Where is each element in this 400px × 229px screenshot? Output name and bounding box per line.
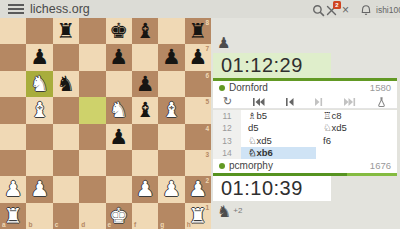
piece-white-pawn[interactable]: ♟ bbox=[26, 176, 52, 202]
site-title[interactable]: lichess.org bbox=[30, 2, 90, 16]
square-d5[interactable] bbox=[79, 97, 105, 123]
square-c2[interactable] bbox=[53, 176, 79, 202]
rank-label: 8 bbox=[205, 19, 209, 26]
square-e5[interactable]: ♞ bbox=[106, 97, 132, 123]
current-move[interactable]: ♘xb6 bbox=[241, 147, 316, 159]
rank-label: 1 bbox=[205, 204, 209, 211]
next-move-icon[interactable] bbox=[314, 97, 323, 107]
search-icon[interactable] bbox=[312, 3, 326, 16]
square-g4[interactable] bbox=[158, 124, 184, 150]
square-b1[interactable]: b bbox=[26, 203, 52, 229]
square-a2[interactable]: ♟ bbox=[0, 176, 26, 202]
square-h1[interactable]: ♜1h bbox=[185, 203, 211, 229]
square-e7[interactable]: ♟ bbox=[106, 44, 132, 70]
file-label: e bbox=[108, 221, 112, 228]
square-c5[interactable] bbox=[53, 97, 79, 123]
move-number: 11 bbox=[213, 110, 241, 122]
game-panel: ♟ 01:12:29 Dornford 1580 ↻ bbox=[213, 18, 400, 229]
piece-black-bishop[interactable]: ♝ bbox=[132, 18, 158, 44]
top-player-row: Dornford 1580 bbox=[213, 81, 397, 95]
chess-board[interactable]: ♜♚♝♜8♟♟♟♟7♞♞♟6♝♞♝♝5♟43♟♟♟♟♟2♜abcd♚efg♜1h bbox=[0, 18, 211, 229]
piece-black-knight[interactable]: ♞ bbox=[53, 71, 79, 97]
square-h4[interactable]: 4 bbox=[185, 124, 211, 150]
square-d6[interactable] bbox=[79, 71, 105, 97]
square-g6[interactable] bbox=[158, 71, 184, 97]
file-label: c bbox=[55, 221, 59, 228]
square-g7[interactable]: ♟ bbox=[158, 44, 184, 70]
square-b6[interactable]: ♞ bbox=[26, 71, 52, 97]
square-a1[interactable]: ♜a bbox=[0, 203, 26, 229]
square-c4[interactable] bbox=[53, 124, 79, 150]
square-h8[interactable]: ♜8 bbox=[185, 18, 211, 44]
rank-label: 6 bbox=[205, 72, 209, 79]
square-g8[interactable] bbox=[158, 18, 184, 44]
square-g1[interactable]: g bbox=[158, 203, 184, 229]
cycle-icon[interactable]: ↻ bbox=[223, 96, 232, 107]
square-d8[interactable] bbox=[79, 18, 105, 44]
white-move[interactable]: d5 bbox=[241, 122, 316, 134]
square-f6[interactable]: ♟ bbox=[132, 71, 158, 97]
square-f5[interactable]: ♝ bbox=[132, 97, 158, 123]
piece-black-rook[interactable]: ♜ bbox=[53, 18, 79, 44]
square-h6[interactable]: 6 bbox=[185, 71, 211, 97]
square-f3[interactable] bbox=[132, 150, 158, 176]
piece-white-pawn[interactable]: ♟ bbox=[132, 176, 158, 202]
square-c1[interactable]: c bbox=[53, 203, 79, 229]
file-label: f bbox=[134, 221, 136, 228]
move-number: 13 bbox=[213, 135, 241, 147]
square-g5[interactable]: ♝ bbox=[158, 97, 184, 123]
piece-white-bishop[interactable]: ♝ bbox=[26, 97, 52, 123]
square-c3[interactable] bbox=[53, 150, 79, 176]
square-b5[interactable]: ♝ bbox=[26, 97, 52, 123]
square-e2[interactable] bbox=[106, 176, 132, 202]
square-b4[interactable] bbox=[26, 124, 52, 150]
top-player-name[interactable]: Dornford bbox=[229, 82, 268, 93]
move-row[interactable]: 11 ♗b5 ♖c8 bbox=[213, 110, 397, 122]
top-bar: lichess.org 2 × ishi100 bbox=[0, 0, 400, 18]
square-a6[interactable] bbox=[0, 71, 26, 97]
file-label: b bbox=[28, 221, 32, 228]
file-label: a bbox=[2, 221, 6, 228]
top-player-clock: 01:12:29 bbox=[213, 53, 331, 78]
square-d1[interactable]: d bbox=[79, 203, 105, 229]
last-move-icon[interactable] bbox=[343, 97, 356, 107]
notifications-bell-icon[interactable] bbox=[360, 3, 374, 16]
piece-black-pawn[interactable]: ♟ bbox=[26, 44, 52, 70]
piece-black-king[interactable]: ♚ bbox=[106, 18, 132, 44]
file-label: h bbox=[187, 221, 191, 228]
square-d3[interactable] bbox=[79, 150, 105, 176]
bottom-player-name[interactable]: pcmorphy bbox=[229, 160, 273, 171]
bottom-player-row: pcmorphy 1676 bbox=[213, 159, 397, 173]
captured-pieces-bottom: ♞+2 bbox=[217, 202, 242, 221]
square-h3[interactable]: 3 bbox=[185, 150, 211, 176]
square-e1[interactable]: ♚e bbox=[106, 203, 132, 229]
hamburger-menu-icon[interactable] bbox=[8, 4, 24, 14]
rank-label: 7 bbox=[205, 45, 209, 52]
square-a3[interactable] bbox=[0, 150, 26, 176]
close-icon[interactable]: × bbox=[342, 4, 356, 17]
square-f7[interactable] bbox=[132, 44, 158, 70]
white-move[interactable]: ♘xd5 bbox=[241, 135, 316, 147]
move-row[interactable]: 14 ♘xb6 bbox=[213, 147, 397, 159]
square-f8[interactable]: ♝ bbox=[132, 18, 158, 44]
black-move[interactable] bbox=[316, 147, 397, 159]
rank-label: 5 bbox=[205, 98, 209, 105]
piece-white-knight[interactable]: ♞ bbox=[106, 97, 132, 123]
square-a8[interactable] bbox=[0, 18, 26, 44]
square-d4[interactable] bbox=[79, 124, 105, 150]
file-label: d bbox=[81, 221, 85, 228]
black-move[interactable]: f6 bbox=[316, 135, 397, 147]
captured-knight-icon: ♞ bbox=[217, 202, 231, 221]
move-number: 12 bbox=[213, 122, 241, 134]
square-d7[interactable] bbox=[79, 44, 105, 70]
move-number: 14 bbox=[213, 147, 241, 159]
analysis-flask-icon[interactable] bbox=[376, 96, 387, 108]
square-b7[interactable]: ♟ bbox=[26, 44, 52, 70]
challenges-swords-icon[interactable]: 2 bbox=[325, 3, 339, 16]
move-controls: ↻ bbox=[213, 95, 397, 109]
rank-label: 2 bbox=[205, 177, 209, 184]
square-c7[interactable] bbox=[53, 44, 79, 70]
piece-black-pawn[interactable]: ♟ bbox=[106, 44, 132, 70]
challenge-count-badge: 2 bbox=[333, 1, 341, 9]
square-b8[interactable] bbox=[26, 18, 52, 44]
piece-white-pawn[interactable]: ♟ bbox=[0, 176, 26, 202]
square-f4[interactable] bbox=[132, 124, 158, 150]
rank-label: 4 bbox=[205, 125, 209, 132]
square-d2[interactable] bbox=[79, 176, 105, 202]
square-e8[interactable]: ♚ bbox=[106, 18, 132, 44]
prev-move-icon[interactable] bbox=[285, 97, 294, 107]
black-move[interactable]: ♖c8 bbox=[316, 110, 397, 122]
piece-black-bishop[interactable]: ♝ bbox=[132, 97, 158, 123]
square-f2[interactable]: ♟ bbox=[132, 176, 158, 202]
move-row[interactable]: 13 ♘xd5 f6 bbox=[213, 135, 397, 147]
square-b2[interactable]: ♟ bbox=[26, 176, 52, 202]
square-a4[interactable] bbox=[0, 124, 26, 150]
online-dot bbox=[219, 163, 225, 169]
move-list: 11 ♗b5 ♖c8 12 d5 ♘xd5 13 ♘xd5 f6 14 ♘xb6 bbox=[213, 110, 397, 159]
square-c8[interactable]: ♜ bbox=[53, 18, 79, 44]
piece-black-pawn[interactable]: ♟ bbox=[106, 124, 132, 150]
piece-white-pawn[interactable]: ♟ bbox=[158, 176, 184, 202]
square-a7[interactable] bbox=[0, 44, 26, 70]
bottom-player-clock: 01:10:39 bbox=[213, 176, 331, 201]
piece-white-bishop[interactable]: ♝ bbox=[158, 97, 184, 123]
move-row[interactable]: 12 d5 ♘xd5 bbox=[213, 122, 397, 134]
square-h7[interactable]: ♟7 bbox=[185, 44, 211, 70]
material-advantage: +2 bbox=[233, 206, 242, 215]
black-move[interactable]: ♘xd5 bbox=[316, 122, 397, 134]
top-player-rating: 1580 bbox=[370, 81, 391, 95]
captured-pieces-top: ♟ bbox=[217, 34, 230, 52]
square-e6[interactable] bbox=[106, 71, 132, 97]
square-g3[interactable] bbox=[158, 150, 184, 176]
piece-black-pawn[interactable]: ♟ bbox=[132, 71, 158, 97]
captured-pawn-icon: ♟ bbox=[217, 34, 230, 52]
square-e4[interactable]: ♟ bbox=[106, 124, 132, 150]
username[interactable]: ishi100 bbox=[376, 5, 400, 15]
file-label: g bbox=[160, 221, 164, 228]
first-move-icon[interactable] bbox=[252, 97, 265, 107]
bottom-player-rating: 1676 bbox=[370, 159, 391, 173]
square-b3[interactable] bbox=[26, 150, 52, 176]
square-f1[interactable]: f bbox=[132, 203, 158, 229]
white-move[interactable]: ♗b5 bbox=[241, 110, 316, 122]
online-dot bbox=[219, 85, 225, 91]
piece-white-knight[interactable]: ♞ bbox=[26, 71, 52, 97]
square-h5[interactable]: 5 bbox=[185, 97, 211, 123]
rank-label: 3 bbox=[205, 151, 209, 158]
square-g2[interactable]: ♟ bbox=[158, 176, 184, 202]
square-c6[interactable]: ♞ bbox=[53, 71, 79, 97]
piece-black-pawn[interactable]: ♟ bbox=[158, 44, 184, 70]
square-a5[interactable] bbox=[0, 97, 26, 123]
square-e3[interactable] bbox=[106, 150, 132, 176]
square-h2[interactable]: ♟2 bbox=[185, 176, 211, 202]
